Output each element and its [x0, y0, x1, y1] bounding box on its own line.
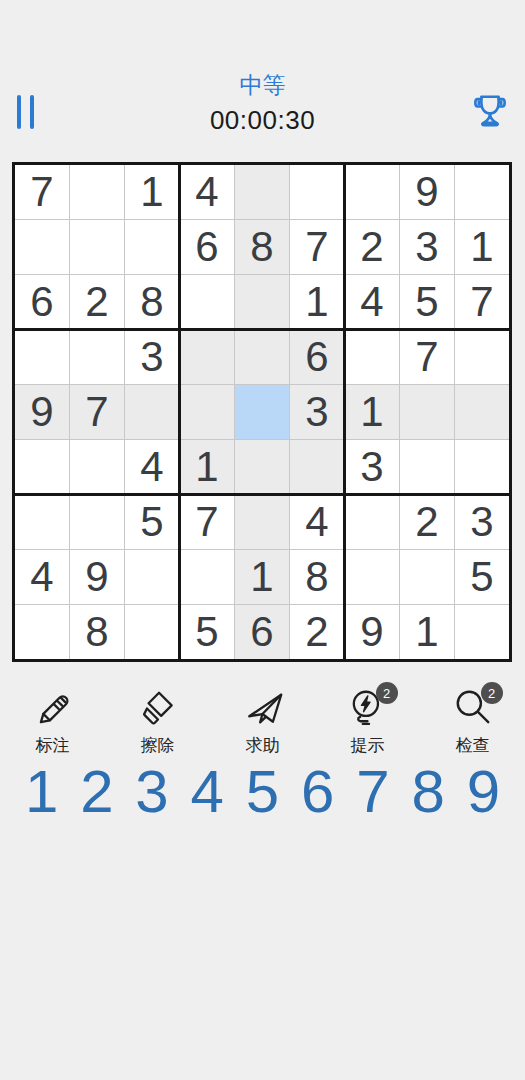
cell-r5c7[interactable]: 1	[345, 385, 399, 439]
cell-r8c3[interactable]	[125, 550, 179, 604]
cell-r1c4[interactable]: 4	[180, 165, 234, 219]
cell-r1c3[interactable]: 1	[125, 165, 179, 219]
cell-r2c4[interactable]: 6	[180, 220, 234, 274]
erase-label: 擦除	[141, 734, 175, 757]
cell-r6c4[interactable]: 1	[180, 440, 234, 494]
cell-r3c7[interactable]: 4	[345, 275, 399, 329]
cell-r2c8[interactable]: 3	[400, 220, 454, 274]
cell-r4c3[interactable]: 3	[125, 330, 179, 384]
check-label: 检查	[456, 734, 490, 757]
cell-r8c2[interactable]: 9	[70, 550, 124, 604]
sudoku-board[interactable]: 7149687231628145736797314135742349185856…	[12, 162, 512, 662]
pencil-icon	[32, 687, 74, 729]
paper-plane-icon	[241, 686, 285, 730]
cell-r4c7[interactable]	[345, 330, 399, 384]
check-badge: 2	[481, 682, 503, 704]
cell-r6c9[interactable]	[455, 440, 509, 494]
cell-r5c4[interactable]	[180, 385, 234, 439]
cell-r5c2[interactable]: 7	[70, 385, 124, 439]
cell-r7c1[interactable]	[15, 495, 69, 549]
numpad-key-2[interactable]: 2	[69, 756, 124, 828]
cell-r8c7[interactable]	[345, 550, 399, 604]
cell-r6c7[interactable]: 3	[345, 440, 399, 494]
cell-r9c1[interactable]	[15, 605, 69, 659]
cell-r5c6[interactable]: 3	[290, 385, 344, 439]
cell-r4c6[interactable]: 6	[290, 330, 344, 384]
cell-r3c4[interactable]	[180, 275, 234, 329]
cell-r9c3[interactable]	[125, 605, 179, 659]
cell-r1c2[interactable]	[70, 165, 124, 219]
cell-r1c7[interactable]	[345, 165, 399, 219]
cell-r5c3[interactable]	[125, 385, 179, 439]
cell-r4c5[interactable]	[235, 330, 289, 384]
trophy-icon	[467, 86, 513, 134]
cell-r9c4[interactable]: 5	[180, 605, 234, 659]
numpad-key-4[interactable]: 4	[180, 756, 235, 828]
hint-badge: 2	[376, 682, 398, 704]
cell-r1c8[interactable]: 9	[400, 165, 454, 219]
toolbar: 标注 擦除 求助	[0, 686, 525, 757]
cell-r2c7[interactable]: 2	[345, 220, 399, 274]
sudoku-app: 中等 00:00:30 7149687231628145736797314135…	[0, 0, 525, 1080]
cell-r8c5[interactable]: 1	[235, 550, 289, 604]
cell-r6c5[interactable]	[235, 440, 289, 494]
cell-r4c1[interactable]	[15, 330, 69, 384]
check-button[interactable]: 2 检查	[420, 686, 525, 757]
cell-r2c5[interactable]: 8	[235, 220, 289, 274]
cell-r1c6[interactable]	[290, 165, 344, 219]
erase-button[interactable]: 擦除	[105, 686, 210, 757]
cell-r3c9[interactable]: 7	[455, 275, 509, 329]
cell-r3c3[interactable]: 8	[125, 275, 179, 329]
timer: 00:00:30	[0, 104, 525, 136]
cell-r9c2[interactable]: 8	[70, 605, 124, 659]
cell-r5c9[interactable]	[455, 385, 509, 439]
hint-label: 提示	[351, 734, 385, 757]
difficulty-label[interactable]: 中等	[0, 70, 525, 100]
numpad-key-8[interactable]: 8	[401, 756, 456, 828]
cell-r4c2[interactable]	[70, 330, 124, 384]
cell-r5c5[interactable]	[235, 385, 289, 439]
cell-r3c2[interactable]: 2	[70, 275, 124, 329]
cell-r7c4[interactable]: 7	[180, 495, 234, 549]
cell-r7c7[interactable]	[345, 495, 399, 549]
cell-r9c6[interactable]: 2	[290, 605, 344, 659]
cell-r6c3[interactable]: 4	[125, 440, 179, 494]
cell-r1c9[interactable]	[455, 165, 509, 219]
help-label: 求助	[246, 734, 280, 757]
cell-r3c8[interactable]: 5	[400, 275, 454, 329]
cell-r7c9[interactable]: 3	[455, 495, 509, 549]
cell-r3c6[interactable]: 1	[290, 275, 344, 329]
header: 中等 00:00:30	[0, 70, 525, 150]
cell-r9c8[interactable]: 1	[400, 605, 454, 659]
cell-r1c5[interactable]	[235, 165, 289, 219]
cell-r9c9[interactable]	[455, 605, 509, 659]
cell-r2c3[interactable]	[125, 220, 179, 274]
cell-r8c1[interactable]: 4	[15, 550, 69, 604]
cell-r5c1[interactable]: 9	[15, 385, 69, 439]
cell-r7c3[interactable]: 5	[125, 495, 179, 549]
cell-r1c1[interactable]: 7	[15, 165, 69, 219]
cell-r7c8[interactable]: 2	[400, 495, 454, 549]
hint-button[interactable]: 2 提示	[315, 686, 420, 757]
cell-r8c8[interactable]	[400, 550, 454, 604]
cell-r8c9[interactable]: 5	[455, 550, 509, 604]
cell-r3c5[interactable]	[235, 275, 289, 329]
cell-r6c2[interactable]	[70, 440, 124, 494]
number-pad: 123456789	[0, 756, 525, 828]
numpad-key-5[interactable]: 5	[235, 756, 290, 828]
numpad-key-9[interactable]: 9	[456, 756, 511, 828]
cell-r7c5[interactable]	[235, 495, 289, 549]
cell-r7c6[interactable]: 4	[290, 495, 344, 549]
numpad-key-3[interactable]: 3	[124, 756, 179, 828]
cell-r3c1[interactable]: 6	[15, 275, 69, 329]
cell-r9c7[interactable]: 9	[345, 605, 399, 659]
cell-r7c2[interactable]	[70, 495, 124, 549]
cell-r2c6[interactable]: 7	[290, 220, 344, 274]
cell-r2c1[interactable]	[15, 220, 69, 274]
annotate-button[interactable]: 标注	[0, 686, 105, 757]
cell-r4c8[interactable]: 7	[400, 330, 454, 384]
eraser-icon	[137, 687, 179, 729]
numpad-key-7[interactable]: 7	[345, 756, 400, 828]
cell-r9c5[interactable]: 6	[235, 605, 289, 659]
title-block: 中等 00:00:30	[0, 70, 525, 136]
help-button[interactable]: 求助	[210, 686, 315, 757]
cell-r6c8[interactable]	[400, 440, 454, 494]
leaderboard-button[interactable]	[467, 86, 513, 134]
cell-r6c1[interactable]	[15, 440, 69, 494]
cell-r8c4[interactable]	[180, 550, 234, 604]
annotate-label: 标注	[36, 734, 70, 757]
cell-r4c4[interactable]	[180, 330, 234, 384]
numpad-key-1[interactable]: 1	[14, 756, 69, 828]
cell-r5c8[interactable]	[400, 385, 454, 439]
cell-r8c6[interactable]: 8	[290, 550, 344, 604]
cell-r4c9[interactable]	[455, 330, 509, 384]
cell-r6c6[interactable]	[290, 440, 344, 494]
numpad-key-6[interactable]: 6	[290, 756, 345, 828]
cell-r2c2[interactable]	[70, 220, 124, 274]
cell-r2c9[interactable]: 1	[455, 220, 509, 274]
